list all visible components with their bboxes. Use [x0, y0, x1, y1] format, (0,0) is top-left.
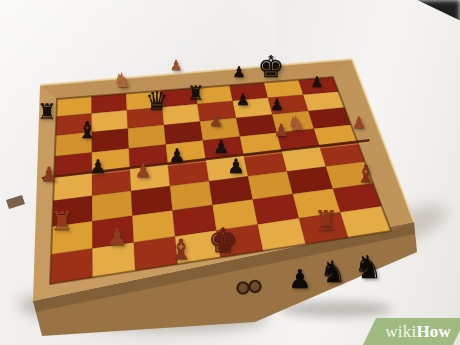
offboard-black-pawn: ♟	[232, 65, 245, 80]
red-pawn-a4: ♟	[40, 164, 58, 184]
black-king-g8: ♚	[258, 52, 285, 82]
red-rook-a2: ♜	[50, 208, 73, 234]
captured-black-knight: ♞	[320, 257, 347, 287]
captured-black-knight: ♞	[354, 251, 383, 283]
red-pawn-b2: ♟	[107, 226, 128, 249]
red-bishop-h3: ♝	[355, 162, 377, 186]
black-bishop-b6: ♝	[77, 119, 98, 142]
black-rook-a7: ♜	[37, 101, 57, 123]
red-pawn-e6: ♟	[209, 113, 223, 129]
red-king-e1: ♚	[208, 223, 238, 257]
black-pawn-g7: ♟	[270, 97, 284, 113]
wikihow-wiki-label: wiki	[385, 322, 416, 341]
chess-photo: ♜♝♛♜♚♟♟♟♟♟♟♟♞♟♟♟♟♜♟♝♚♜♝♞♟♟♟♟♞♞ wikiHow	[0, 0, 460, 345]
wikihow-watermark: wikiHow	[382, 318, 460, 345]
red-pawn-c4: ♟	[134, 161, 151, 180]
wikihow-watermark-text: wikiHow	[370, 318, 460, 345]
pieces-layer: ♜♝♛♜♚♟♟♟♟♟♟♟♞♟♟♟♟♜♟♝♚♜♝♞♟♟♟♟♞♞	[0, 0, 460, 345]
black-pawn-h8: ♟	[310, 75, 323, 90]
red-knight-g6: ♞	[287, 113, 305, 133]
captured-black-pawn: ♟	[288, 266, 311, 292]
wikihow-how-label: How	[416, 322, 451, 341]
offboard-red-pawn: ♟	[352, 115, 366, 131]
black-pawn-b5: ♟	[89, 157, 106, 176]
black-queen-d7: ♛	[145, 88, 168, 114]
red-bishop-d1b: ♝	[168, 236, 193, 264]
red-pawn-f5: ♟	[273, 122, 288, 139]
offboard-red-knight: ♞	[113, 70, 131, 90]
red-rook-g1: ♜	[314, 207, 338, 234]
black-rook-e8: ♜	[187, 83, 205, 103]
black-pawn-d5: ♟	[168, 146, 185, 165]
black-pawn-f7: ♟	[236, 92, 250, 108]
black-pawn-e4: ♟	[227, 156, 245, 176]
offboard-red-pawn: ♟	[170, 58, 183, 72]
